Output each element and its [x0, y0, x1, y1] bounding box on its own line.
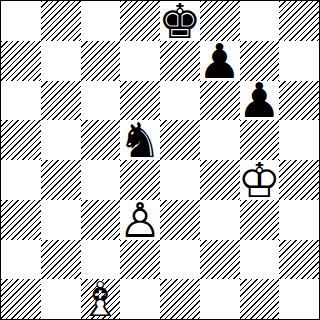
square-e5[interactable]: [160, 120, 200, 160]
square-b5[interactable]: [41, 120, 81, 160]
white-bishop[interactable]: ♗: [81, 279, 121, 319]
square-a7[interactable]: [1, 41, 41, 81]
square-f4[interactable]: [200, 160, 240, 200]
white-king-backdrop: ♚: [240, 160, 280, 200]
square-d2[interactable]: [120, 240, 160, 280]
square-a6[interactable]: [1, 81, 41, 121]
black-knight[interactable]: ♞: [120, 120, 160, 160]
square-f5[interactable]: [200, 120, 240, 160]
square-e1[interactable]: [160, 279, 200, 319]
square-b8[interactable]: [41, 1, 81, 41]
square-h4[interactable]: [279, 160, 319, 200]
square-d8[interactable]: [120, 1, 160, 41]
square-a2[interactable]: [1, 240, 41, 280]
square-g1[interactable]: [240, 279, 280, 319]
square-e3[interactable]: [160, 200, 200, 240]
square-h3[interactable]: [279, 200, 319, 240]
square-g3[interactable]: [240, 200, 280, 240]
chess-board: ♚♟♟♞♚♔♟♙♝♗: [1, 1, 319, 319]
square-h1[interactable]: [279, 279, 319, 319]
black-king[interactable]: ♚: [160, 1, 200, 41]
square-a8[interactable]: [1, 1, 41, 41]
square-e7[interactable]: [160, 41, 200, 81]
square-c3[interactable]: [81, 200, 121, 240]
square-c8[interactable]: [81, 1, 121, 41]
square-d3[interactable]: ♟♙: [120, 200, 160, 240]
square-h6[interactable]: [279, 81, 319, 121]
square-a5[interactable]: [1, 120, 41, 160]
white-pawn-backdrop: ♟: [120, 200, 160, 240]
square-f3[interactable]: [200, 200, 240, 240]
square-a1[interactable]: [1, 279, 41, 319]
square-d4[interactable]: [120, 160, 160, 200]
black-pawn[interactable]: ♟: [200, 41, 240, 81]
square-b2[interactable]: [41, 240, 81, 280]
square-e2[interactable]: [160, 240, 200, 280]
square-a3[interactable]: [1, 200, 41, 240]
square-e6[interactable]: [160, 81, 200, 121]
square-g5[interactable]: [240, 120, 280, 160]
square-c7[interactable]: [81, 41, 121, 81]
square-f8[interactable]: [200, 1, 240, 41]
square-g6[interactable]: ♟: [240, 81, 280, 121]
square-b6[interactable]: [41, 81, 81, 121]
chess-diagram: ♚♟♟♞♚♔♟♙♝♗: [0, 0, 320, 320]
square-d1[interactable]: [120, 279, 160, 319]
square-e8[interactable]: ♚: [160, 1, 200, 41]
white-king[interactable]: ♔: [240, 160, 280, 200]
square-g7[interactable]: [240, 41, 280, 81]
square-c2[interactable]: [81, 240, 121, 280]
square-g2[interactable]: [240, 240, 280, 280]
square-c4[interactable]: [81, 160, 121, 200]
square-g8[interactable]: [240, 1, 280, 41]
square-b1[interactable]: [41, 279, 81, 319]
square-c6[interactable]: [81, 81, 121, 121]
square-h5[interactable]: [279, 120, 319, 160]
square-h2[interactable]: [279, 240, 319, 280]
square-b3[interactable]: [41, 200, 81, 240]
square-d7[interactable]: [120, 41, 160, 81]
square-b7[interactable]: [41, 41, 81, 81]
white-bishop-backdrop: ♝: [81, 279, 121, 319]
square-e4[interactable]: [160, 160, 200, 200]
square-h7[interactable]: [279, 41, 319, 81]
square-f1[interactable]: [200, 279, 240, 319]
square-f7[interactable]: ♟: [200, 41, 240, 81]
square-d6[interactable]: [120, 81, 160, 121]
square-d5[interactable]: ♞: [120, 120, 160, 160]
square-b4[interactable]: [41, 160, 81, 200]
square-f6[interactable]: [200, 81, 240, 121]
white-pawn[interactable]: ♙: [120, 200, 160, 240]
square-h8[interactable]: [279, 1, 319, 41]
black-pawn[interactable]: ♟: [240, 81, 280, 121]
square-c1[interactable]: ♝♗: [81, 279, 121, 319]
square-c5[interactable]: [81, 120, 121, 160]
square-f2[interactable]: [200, 240, 240, 280]
square-a4[interactable]: [1, 160, 41, 200]
square-g4[interactable]: ♚♔: [240, 160, 280, 200]
